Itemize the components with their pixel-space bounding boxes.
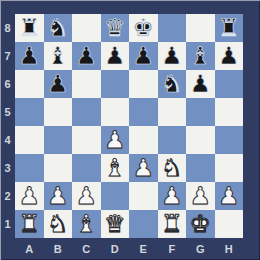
white-pawn-piece: ♟ xyxy=(47,182,69,210)
white-rook-piece: ♜ xyxy=(18,210,40,238)
square-f4[interactable] xyxy=(158,126,187,154)
rank-label-5: 5 xyxy=(0,98,15,126)
white-pawn-piece: ♟ xyxy=(218,182,240,210)
square-g3[interactable] xyxy=(186,154,215,182)
square-f8[interactable] xyxy=(158,14,187,42)
square-d1[interactable]: ♛ xyxy=(101,210,130,238)
square-a7[interactable]: ♟ xyxy=(15,42,44,70)
square-d6[interactable] xyxy=(101,70,130,98)
white-pawn-piece: ♟ xyxy=(189,182,211,210)
file-label-g: G xyxy=(186,238,215,260)
square-h5[interactable] xyxy=(215,98,244,126)
square-h1[interactable] xyxy=(215,210,244,238)
square-g2[interactable]: ♟ xyxy=(186,182,215,210)
square-c7[interactable]: ♟ xyxy=(72,42,101,70)
rank-label-7: 7 xyxy=(0,42,15,70)
black-king-piece: ♚ xyxy=(132,14,154,42)
black-bishop-piece: ♝ xyxy=(47,42,69,70)
square-c1[interactable]: ♝ xyxy=(72,210,101,238)
square-d2[interactable] xyxy=(101,182,130,210)
square-c2[interactable]: ♟ xyxy=(72,182,101,210)
white-queen-piece: ♛ xyxy=(104,210,126,238)
square-c8[interactable] xyxy=(72,14,101,42)
square-g8[interactable] xyxy=(186,14,215,42)
square-a4[interactable] xyxy=(15,126,44,154)
file-label-c: C xyxy=(72,238,101,260)
rank-label-8: 8 xyxy=(0,14,15,42)
square-b1[interactable]: ♞ xyxy=(44,210,73,238)
black-pawn-piece: ♟ xyxy=(47,70,69,98)
white-rook-piece: ♜ xyxy=(161,210,183,238)
white-pawn-piece: ♟ xyxy=(161,182,183,210)
rank-label-2: 2 xyxy=(0,182,15,210)
white-pawn-piece: ♟ xyxy=(132,154,154,182)
square-c3[interactable] xyxy=(72,154,101,182)
file-label-h: H xyxy=(215,238,244,260)
square-h2[interactable]: ♟ xyxy=(215,182,244,210)
square-b8[interactable]: ♞ xyxy=(44,14,73,42)
black-queen-piece: ♛ xyxy=(104,14,126,42)
file-label-f: F xyxy=(158,238,187,260)
square-f6[interactable]: ♞ xyxy=(158,70,187,98)
square-g4[interactable] xyxy=(186,126,215,154)
square-g5[interactable] xyxy=(186,98,215,126)
black-pawn-piece: ♟ xyxy=(104,42,126,70)
square-b5[interactable] xyxy=(44,98,73,126)
square-c5[interactable] xyxy=(72,98,101,126)
square-g1[interactable]: ♚ xyxy=(186,210,215,238)
square-a8[interactable]: ♜ xyxy=(15,14,44,42)
square-g7[interactable]: ♝ xyxy=(186,42,215,70)
square-a5[interactable] xyxy=(15,98,44,126)
square-f2[interactable]: ♟ xyxy=(158,182,187,210)
square-a6[interactable] xyxy=(15,70,44,98)
square-f7[interactable]: ♟ xyxy=(158,42,187,70)
black-pawn-piece: ♟ xyxy=(18,42,40,70)
square-a1[interactable]: ♜ xyxy=(15,210,44,238)
white-knight-piece: ♞ xyxy=(47,210,69,238)
chess-diagram-frame: 87654321 ♜♞♛♚♜♟♝♟♟♟♟♝♟♟♞♟♟♝♟♞♟♟♟♟♟♟♜♞♝♛♜… xyxy=(0,0,260,260)
file-label-e: E xyxy=(129,238,158,260)
square-f5[interactable] xyxy=(158,98,187,126)
square-e2[interactable] xyxy=(129,182,158,210)
square-c4[interactable] xyxy=(72,126,101,154)
file-label-b: B xyxy=(44,238,73,260)
square-e4[interactable] xyxy=(129,126,158,154)
rank-label-1: 1 xyxy=(0,210,15,238)
square-e6[interactable] xyxy=(129,70,158,98)
square-c6[interactable] xyxy=(72,70,101,98)
black-pawn-piece: ♟ xyxy=(75,42,97,70)
white-pawn-piece: ♟ xyxy=(18,182,40,210)
square-b3[interactable] xyxy=(44,154,73,182)
white-bishop-piece: ♝ xyxy=(104,154,126,182)
square-e5[interactable] xyxy=(129,98,158,126)
square-d8[interactable]: ♛ xyxy=(101,14,130,42)
square-h4[interactable] xyxy=(215,126,244,154)
file-label-a: A xyxy=(15,238,44,260)
black-pawn-piece: ♟ xyxy=(161,42,183,70)
square-e8[interactable]: ♚ xyxy=(129,14,158,42)
black-bishop-piece: ♝ xyxy=(189,42,211,70)
white-knight-piece: ♞ xyxy=(161,154,183,182)
square-d3[interactable]: ♝ xyxy=(101,154,130,182)
white-bishop-piece: ♝ xyxy=(75,210,97,238)
square-e1[interactable] xyxy=(129,210,158,238)
square-d7[interactable]: ♟ xyxy=(101,42,130,70)
white-king-piece: ♚ xyxy=(189,210,211,238)
square-h3[interactable] xyxy=(215,154,244,182)
square-e3[interactable]: ♟ xyxy=(129,154,158,182)
square-g6[interactable]: ♟ xyxy=(186,70,215,98)
file-label-d: D xyxy=(101,238,130,260)
rank-label-6: 6 xyxy=(0,70,15,98)
rank-label-3: 3 xyxy=(0,154,15,182)
square-f3[interactable]: ♞ xyxy=(158,154,187,182)
file-labels: ABCDEFGH xyxy=(15,238,243,260)
black-pawn-piece: ♟ xyxy=(218,42,240,70)
square-h7[interactable]: ♟ xyxy=(215,42,244,70)
square-a3[interactable] xyxy=(15,154,44,182)
square-b6[interactable]: ♟ xyxy=(44,70,73,98)
square-a2[interactable]: ♟ xyxy=(15,182,44,210)
square-h8[interactable]: ♜ xyxy=(215,14,244,42)
black-rook-piece: ♜ xyxy=(18,14,40,42)
rank-label-4: 4 xyxy=(0,126,15,154)
black-knight-piece: ♞ xyxy=(161,70,183,98)
square-d4[interactable]: ♟ xyxy=(101,126,130,154)
square-b4[interactable] xyxy=(44,126,73,154)
square-b2[interactable]: ♟ xyxy=(44,182,73,210)
white-pawn-piece: ♟ xyxy=(75,182,97,210)
square-f1[interactable]: ♜ xyxy=(158,210,187,238)
white-pawn-piece: ♟ xyxy=(104,126,126,154)
black-knight-piece: ♞ xyxy=(47,14,69,42)
black-pawn-piece: ♟ xyxy=(132,42,154,70)
chess-board: ♜♞♛♚♜♟♝♟♟♟♟♝♟♟♞♟♟♝♟♞♟♟♟♟♟♟♜♞♝♛♜♚ xyxy=(15,14,243,238)
rank-labels: 87654321 xyxy=(0,14,15,238)
square-h6[interactable] xyxy=(215,70,244,98)
black-pawn-piece: ♟ xyxy=(189,70,211,98)
square-e7[interactable]: ♟ xyxy=(129,42,158,70)
square-b7[interactable]: ♝ xyxy=(44,42,73,70)
square-d5[interactable] xyxy=(101,98,130,126)
black-rook-piece: ♜ xyxy=(218,14,240,42)
